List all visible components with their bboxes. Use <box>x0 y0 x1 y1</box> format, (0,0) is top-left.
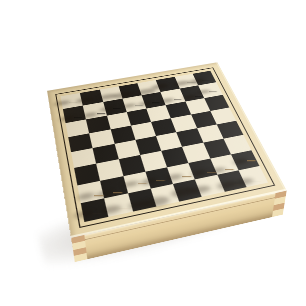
finger-joint-near-corner <box>71 235 87 262</box>
piece-shadow <box>76 96 95 104</box>
piece-shadow <box>188 78 204 84</box>
wooden-chess-box: ♜♞♝♛♚♝♞♜♟♟♟♟♟♟♟♟♟♟♟♟♟♟♟♟♜♞♝♛♚♝♞♜ <box>47 62 287 238</box>
scene: ♜♞♝♛♚♝♞♜♟♟♟♟♟♟♟♟♟♟♟♟♟♟♟♟♜♞♝♛♚♝♞♜ <box>0 0 306 306</box>
piece-shadow <box>122 103 137 109</box>
piece-glyph: ♜ <box>55 183 128 217</box>
piece-shadow <box>99 106 114 112</box>
piece-shadow <box>182 94 197 100</box>
piece-shadow <box>160 97 175 103</box>
piece-shadow <box>138 101 153 107</box>
piece-shadow <box>83 112 98 119</box>
piece-shadow <box>196 89 211 95</box>
piece-shadow <box>151 83 170 90</box>
finger-joint-right-corner <box>272 190 287 217</box>
chess-set-product-photo: ♜♞♝♛♚♝♞♜♟♟♟♟♟♟♟♟♟♟♟♟♟♟♟♟♜♞♝♛♚♝♞♜ <box>0 0 306 306</box>
piece-shadow <box>54 100 71 107</box>
piece-shadow <box>113 90 135 99</box>
piece-shadow <box>60 115 75 122</box>
piece-shadow <box>172 80 190 87</box>
